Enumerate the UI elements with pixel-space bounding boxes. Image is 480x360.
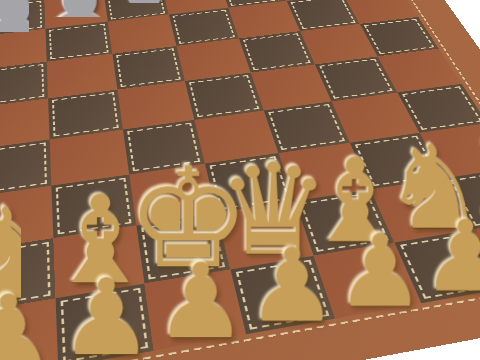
- square-r7c1: ♟: [0, 298, 58, 360]
- piece-gold-pawn: ♟: [336, 221, 426, 321]
- piece-silver-pawn: ♟: [0, 0, 62, 74]
- square-r3c2: [48, 90, 123, 140]
- product-photo-stage: ♜♞♝♚♛♝♞♜♟♟♟♟♟♟♟♟♜♞♝♚♛♝♞♜♟♟♟♟♟♟♟♟: [0, 0, 480, 360]
- square-r7c2: ♟: [56, 284, 154, 360]
- square-r7c3: ♟: [144, 269, 246, 350]
- piece-gold-pawn: ♟: [60, 265, 155, 360]
- piece-gold-pawn: ♟: [422, 208, 480, 306]
- chessboard: ♜♞♝♚♛♝♞♜♟♟♟♟♟♟♟♟♜♞♝♚♛♝♞♜♟♟♟♟♟♟♟♟: [0, 0, 480, 360]
- piece-gold-pawn: ♟: [0, 281, 57, 360]
- board-playing-area: ♜♞♝♚♛♝♞♜♟♟♟♟♟♟♟♟♜♞♝♚♛♝♞♜♟♟♟♟♟♟♟♟: [0, 0, 480, 360]
- piece-gold-pawn: ♟: [155, 250, 248, 354]
- square-r1c1: ♟: [0, 29, 47, 70]
- piece-gold-pawn: ♟: [247, 235, 338, 337]
- perspective-scene: ♜♞♝♚♛♝♞♜♟♟♟♟♟♟♟♟♜♞♝♚♛♝♞♜♟♟♟♟♟♟♟♟: [0, 0, 480, 360]
